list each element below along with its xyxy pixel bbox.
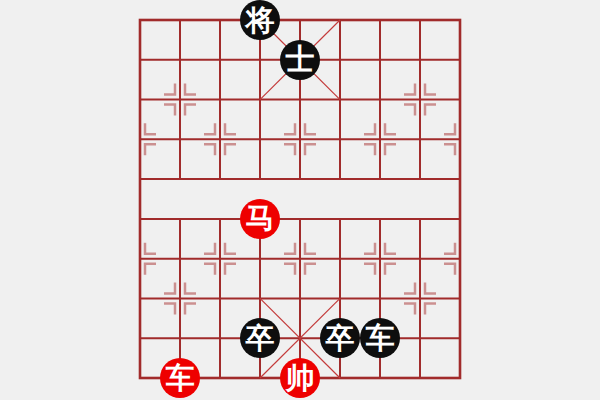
black-chariot-piece[interactable]: 车: [360, 318, 400, 358]
red-chariot-piece[interactable]: 车: [160, 358, 200, 398]
black-pawn-1-piece[interactable]: 卒: [240, 318, 280, 358]
red-horse-piece[interactable]: 马: [240, 199, 280, 239]
black-general-piece[interactable]: 将: [240, 0, 280, 40]
black-pawn-2-piece[interactable]: 卒: [320, 318, 360, 358]
xiangqi-app: 将士马卒卒车车帅: [0, 0, 600, 400]
red-general-piece[interactable]: 帅: [280, 358, 320, 398]
black-advisor-piece[interactable]: 士: [280, 40, 320, 80]
